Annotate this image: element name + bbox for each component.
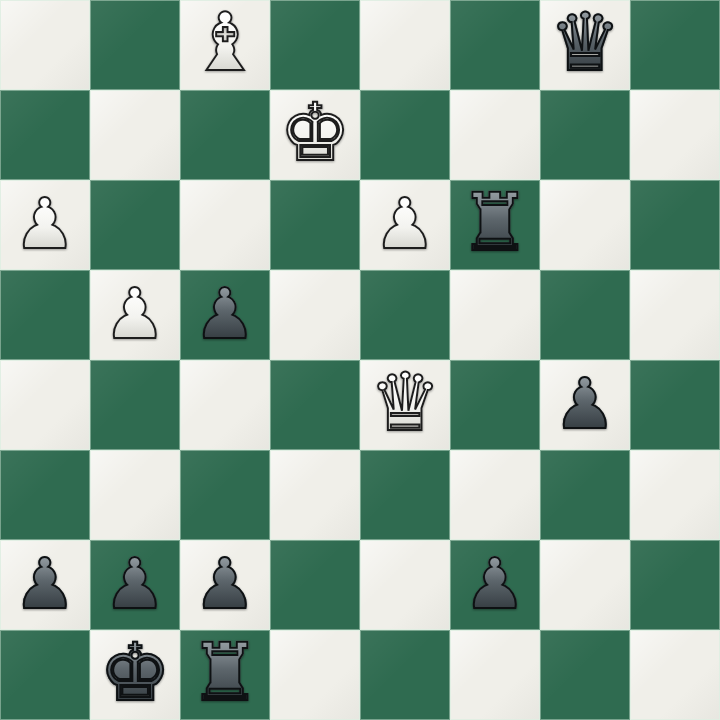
square-a3[interactable]	[0, 450, 90, 540]
piece-black-pawn[interactable]: ♟	[194, 279, 257, 349]
chess-board-wrapper: ♝♛♚♟♟♜♟♟♛♟♟♟♟♟♚♜	[0, 0, 720, 720]
piece-black-pawn[interactable]: ♟	[464, 549, 527, 619]
piece-black-rook[interactable]: ♜	[189, 633, 261, 713]
square-a2[interactable]: ♟	[0, 540, 90, 630]
piece-black-pawn[interactable]: ♟	[554, 369, 617, 439]
square-g7[interactable]	[540, 90, 630, 180]
square-d3[interactable]	[270, 450, 360, 540]
square-g1[interactable]	[540, 630, 630, 720]
square-h8[interactable]	[630, 0, 720, 90]
square-h3[interactable]	[630, 450, 720, 540]
square-f5[interactable]	[450, 270, 540, 360]
square-f3[interactable]	[450, 450, 540, 540]
square-b2[interactable]: ♟	[90, 540, 180, 630]
square-a5[interactable]	[0, 270, 90, 360]
square-f2[interactable]: ♟	[450, 540, 540, 630]
square-h2[interactable]	[630, 540, 720, 630]
square-h7[interactable]	[630, 90, 720, 180]
square-f4[interactable]	[450, 360, 540, 450]
square-d6[interactable]	[270, 180, 360, 270]
piece-black-rook[interactable]: ♜	[459, 183, 531, 263]
piece-white-king[interactable]: ♚	[279, 93, 351, 173]
piece-black-pawn[interactable]: ♟	[194, 549, 257, 619]
square-c5[interactable]: ♟	[180, 270, 270, 360]
square-g4[interactable]: ♟	[540, 360, 630, 450]
piece-white-pawn[interactable]: ♟	[374, 189, 437, 259]
square-b7[interactable]	[90, 90, 180, 180]
square-g3[interactable]	[540, 450, 630, 540]
square-e4[interactable]: ♛	[360, 360, 450, 450]
square-c7[interactable]	[180, 90, 270, 180]
square-e7[interactable]	[360, 90, 450, 180]
square-h1[interactable]	[630, 630, 720, 720]
square-f1[interactable]	[450, 630, 540, 720]
square-c6[interactable]	[180, 180, 270, 270]
square-g8[interactable]: ♛	[540, 0, 630, 90]
square-b5[interactable]: ♟	[90, 270, 180, 360]
square-e2[interactable]	[360, 540, 450, 630]
square-f7[interactable]	[450, 90, 540, 180]
square-h5[interactable]	[630, 270, 720, 360]
square-h6[interactable]	[630, 180, 720, 270]
square-d4[interactable]	[270, 360, 360, 450]
square-b8[interactable]	[90, 0, 180, 90]
piece-black-king[interactable]: ♚	[99, 633, 171, 713]
piece-white-pawn[interactable]: ♟	[104, 279, 167, 349]
piece-white-bishop[interactable]: ♝	[189, 3, 261, 83]
square-e8[interactable]	[360, 0, 450, 90]
piece-black-pawn[interactable]: ♟	[104, 549, 167, 619]
square-d1[interactable]	[270, 630, 360, 720]
square-d8[interactable]	[270, 0, 360, 90]
square-f6[interactable]: ♜	[450, 180, 540, 270]
square-b1[interactable]: ♚	[90, 630, 180, 720]
piece-black-queen[interactable]: ♛	[549, 3, 621, 83]
square-c8[interactable]: ♝	[180, 0, 270, 90]
square-e3[interactable]	[360, 450, 450, 540]
square-c3[interactable]	[180, 450, 270, 540]
square-f8[interactable]	[450, 0, 540, 90]
square-g2[interactable]	[540, 540, 630, 630]
piece-white-pawn[interactable]: ♟	[14, 189, 77, 259]
square-a8[interactable]	[0, 0, 90, 90]
square-c4[interactable]	[180, 360, 270, 450]
square-g5[interactable]	[540, 270, 630, 360]
square-a4[interactable]	[0, 360, 90, 450]
square-a6[interactable]: ♟	[0, 180, 90, 270]
square-b6[interactable]	[90, 180, 180, 270]
square-g6[interactable]	[540, 180, 630, 270]
square-a1[interactable]	[0, 630, 90, 720]
square-h4[interactable]	[630, 360, 720, 450]
square-a7[interactable]	[0, 90, 90, 180]
square-e6[interactable]: ♟	[360, 180, 450, 270]
piece-black-pawn[interactable]: ♟	[14, 549, 77, 619]
chess-board: ♝♛♚♟♟♜♟♟♛♟♟♟♟♟♚♜	[0, 0, 720, 720]
square-e1[interactable]	[360, 630, 450, 720]
square-b4[interactable]	[90, 360, 180, 450]
square-c1[interactable]: ♜	[180, 630, 270, 720]
square-d5[interactable]	[270, 270, 360, 360]
square-d2[interactable]	[270, 540, 360, 630]
piece-white-queen[interactable]: ♛	[369, 363, 441, 443]
square-b3[interactable]	[90, 450, 180, 540]
square-c2[interactable]: ♟	[180, 540, 270, 630]
square-e5[interactable]	[360, 270, 450, 360]
square-d7[interactable]: ♚	[270, 90, 360, 180]
